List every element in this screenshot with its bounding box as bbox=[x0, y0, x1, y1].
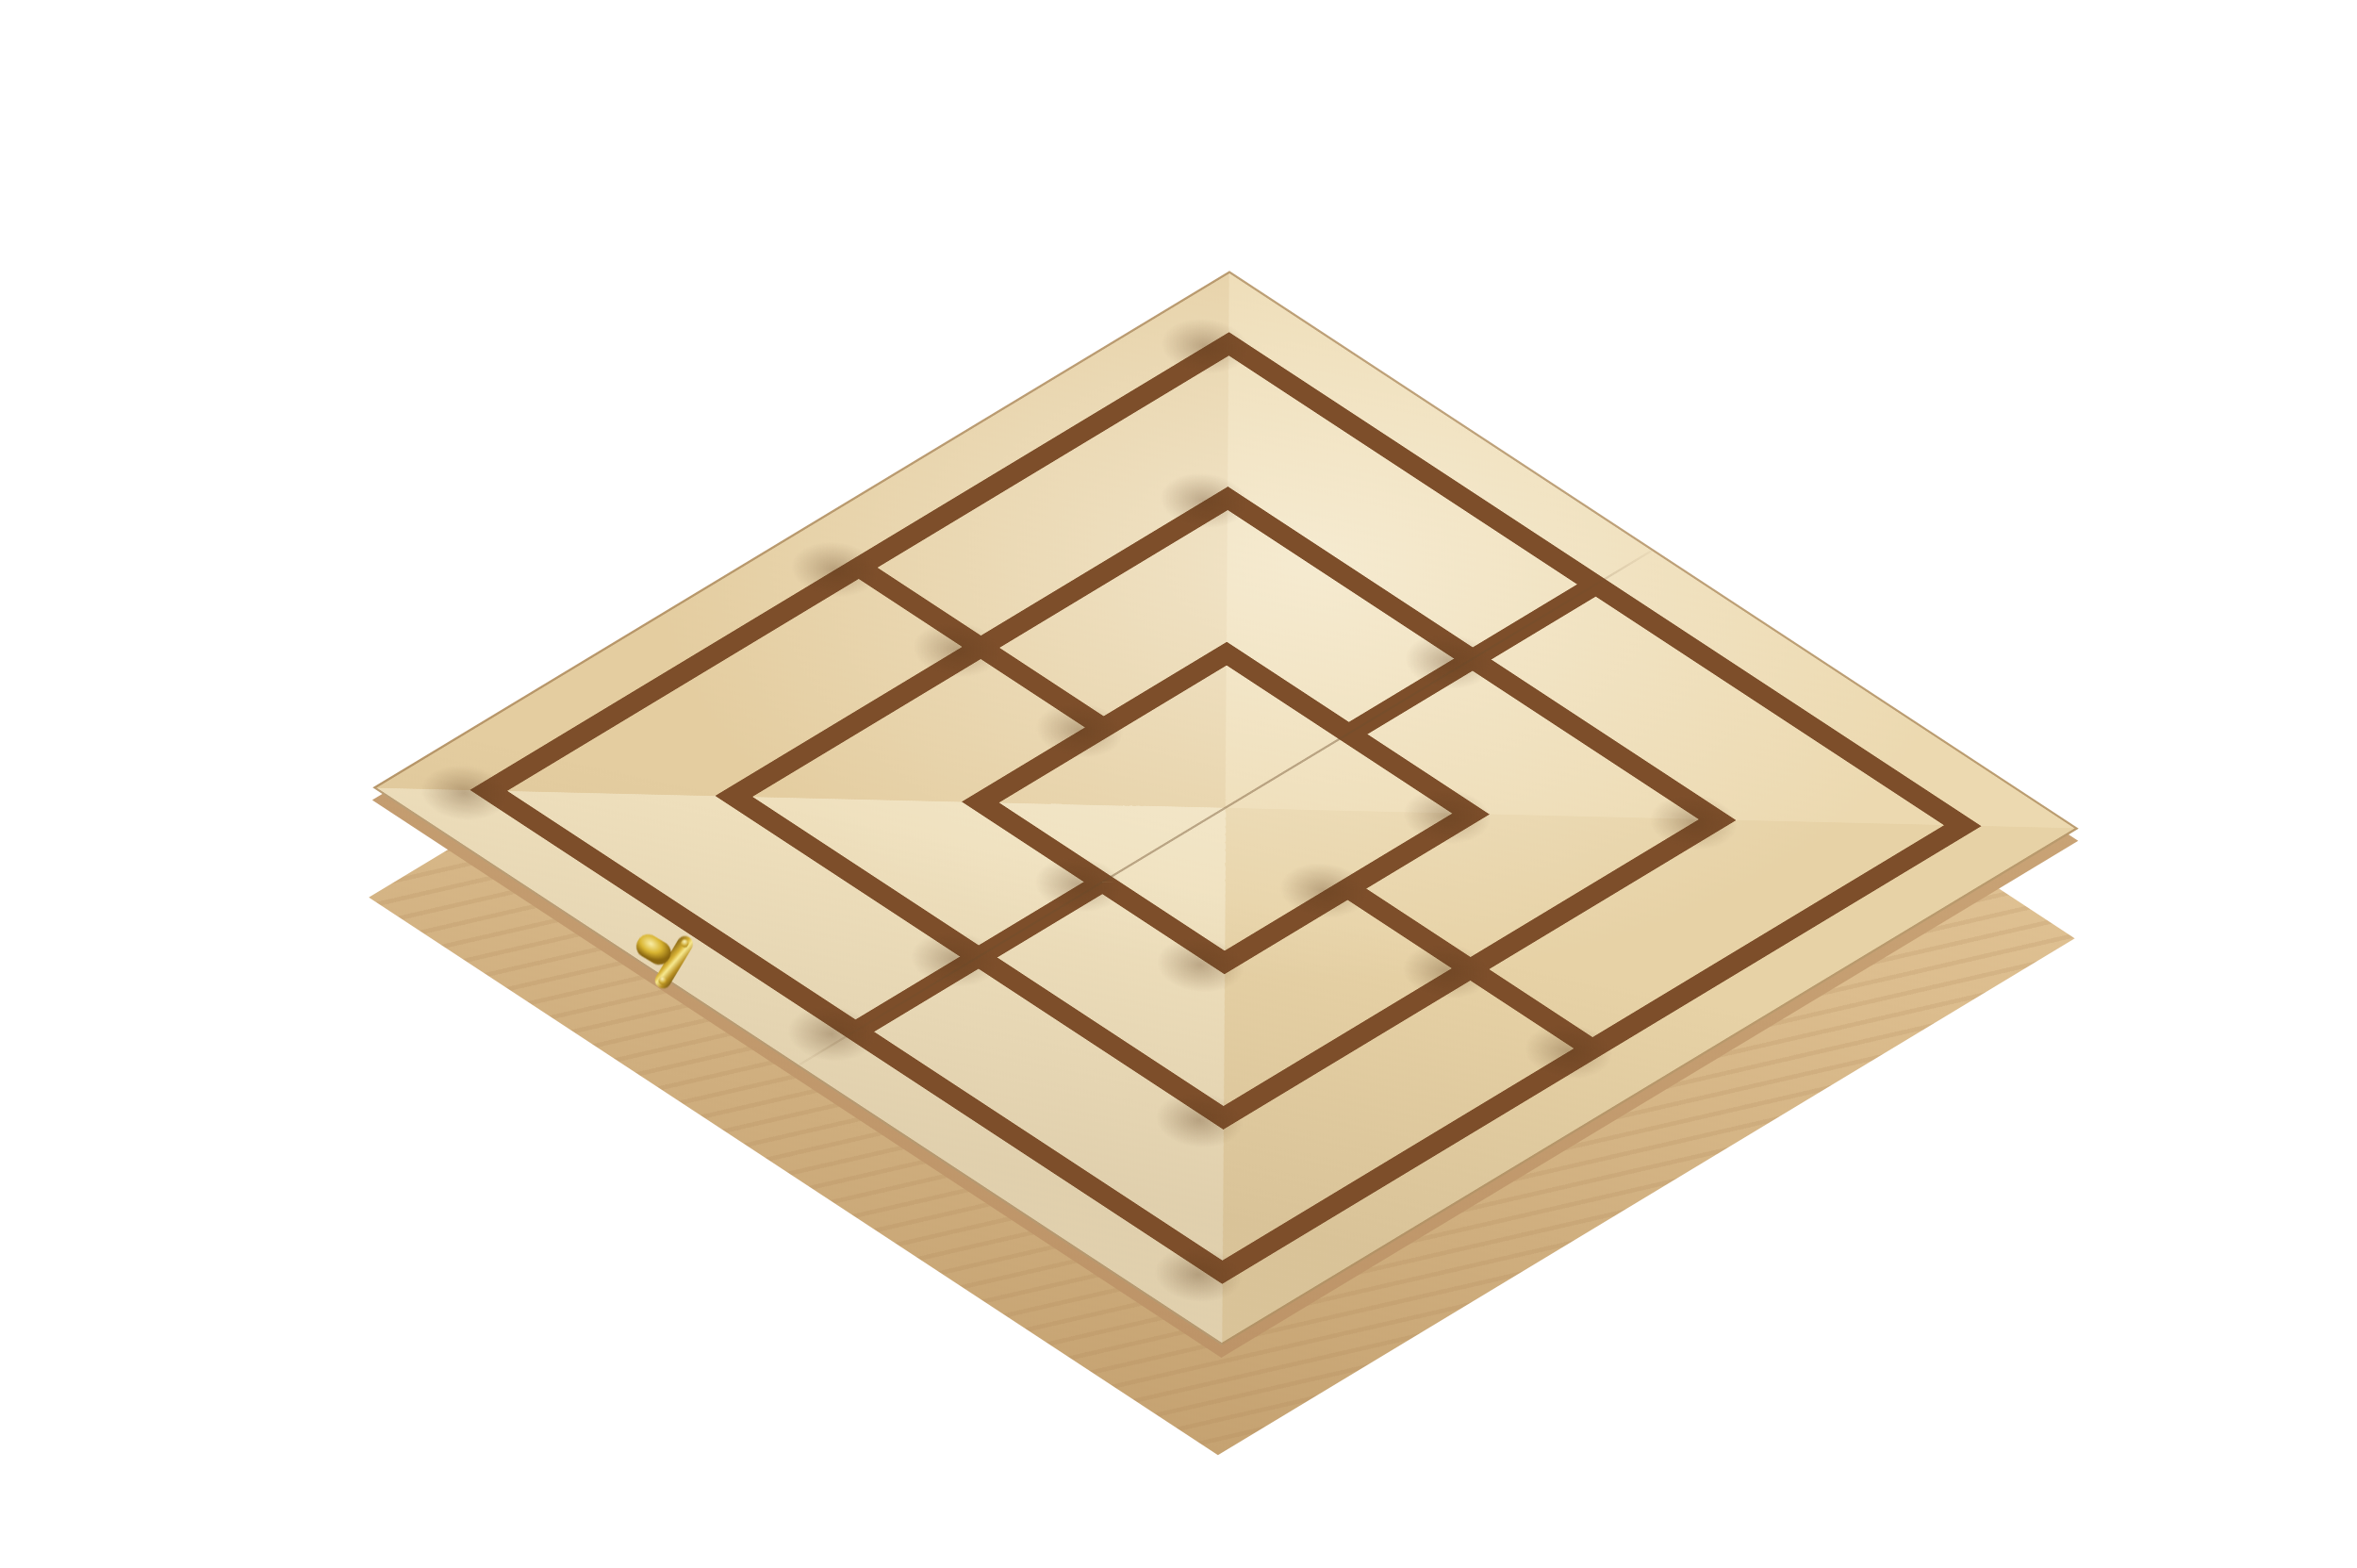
piece-top bbox=[931, 542, 1032, 605]
piece-light[interactable] bbox=[1421, 709, 1523, 814]
piece-light[interactable] bbox=[808, 462, 910, 567]
piece-dark[interactable] bbox=[1297, 784, 1399, 888]
piece-light[interactable] bbox=[1419, 864, 1521, 968]
piece-dark[interactable] bbox=[804, 926, 906, 1031]
piece-dark[interactable] bbox=[1422, 554, 1524, 659]
piece-top bbox=[1051, 777, 1153, 840]
piece-top bbox=[1177, 393, 1278, 456]
piece-top bbox=[437, 685, 539, 749]
piece-dark[interactable] bbox=[1178, 239, 1280, 343]
morris-board bbox=[372, 271, 2079, 1345]
piece-dark[interactable] bbox=[1052, 622, 1154, 727]
piece-top bbox=[1419, 864, 1521, 927]
piece-top bbox=[1173, 1013, 1275, 1076]
stage bbox=[0, 0, 2357, 1568]
piece-top bbox=[1171, 1167, 1273, 1230]
piece-light[interactable] bbox=[1171, 1167, 1273, 1272]
piece-top bbox=[1178, 239, 1280, 302]
piece-top bbox=[1297, 784, 1399, 847]
piece-light[interactable] bbox=[1666, 715, 1768, 819]
piece-dark[interactable] bbox=[1174, 858, 1276, 963]
piece-dark[interactable] bbox=[931, 542, 1032, 647]
piece-dark[interactable] bbox=[1541, 944, 1643, 1048]
piece-top bbox=[1421, 709, 1523, 772]
piece-top bbox=[928, 851, 1030, 915]
piece-light[interactable] bbox=[1177, 393, 1278, 498]
piece-top bbox=[808, 462, 910, 525]
piece-light[interactable] bbox=[437, 685, 539, 790]
piece-top bbox=[1541, 944, 1643, 1007]
piece-top bbox=[1052, 622, 1154, 685]
piece-top bbox=[1666, 715, 1768, 778]
piece-light[interactable] bbox=[928, 851, 1030, 956]
piece-light[interactable] bbox=[1051, 777, 1153, 882]
piece-top bbox=[1174, 858, 1276, 921]
piece-top bbox=[1422, 554, 1524, 618]
piece-dark[interactable] bbox=[1173, 1013, 1275, 1117]
piece-top bbox=[804, 926, 906, 989]
